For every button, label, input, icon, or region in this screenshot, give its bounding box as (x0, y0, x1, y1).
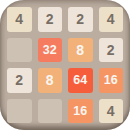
game-board-2048[interactable]: 4 2 2 4 32 8 2 2 8 64 16 16 4 (0, 0, 130, 130)
cell-r3c1 (38, 99, 63, 124)
cell-r0c3: 4 (99, 7, 124, 32)
cell-r0c2: 2 (68, 7, 93, 32)
cell-r3c2: 16 (68, 99, 93, 124)
cell-r1c3: 2 (99, 38, 124, 63)
cell-r2c1: 8 (38, 68, 63, 93)
cell-r1c2: 8 (68, 38, 93, 63)
cell-r0c1: 2 (38, 7, 63, 32)
cell-r2c0: 2 (7, 68, 32, 93)
cell-r2c2: 64 (68, 68, 93, 93)
cell-r1c0 (7, 38, 32, 63)
cell-r0c0: 4 (7, 7, 32, 32)
cell-r3c3: 4 (99, 99, 124, 124)
cell-r2c3: 16 (99, 68, 124, 93)
cell-r1c1: 32 (38, 38, 63, 63)
cell-r3c0 (7, 99, 32, 124)
